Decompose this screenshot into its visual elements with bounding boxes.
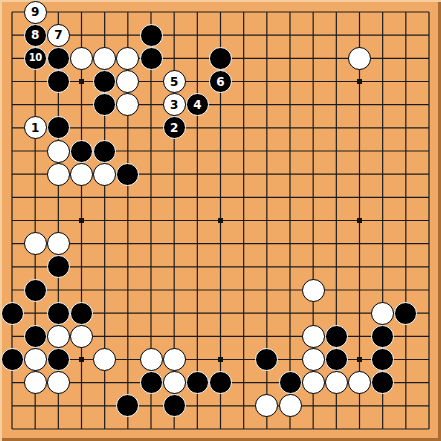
- stone-white: [47, 140, 70, 163]
- move-5-stone-white: 5: [163, 70, 186, 93]
- stone-white: [302, 279, 325, 302]
- stone-black: [140, 47, 163, 70]
- stone-black: [1, 302, 24, 325]
- stone-black: [279, 371, 302, 394]
- stone-black: [371, 325, 394, 348]
- stone-black: [116, 163, 139, 186]
- stone-white: [279, 394, 302, 417]
- stone-black: [24, 325, 47, 348]
- stone-black: [93, 140, 116, 163]
- star-point: [218, 218, 223, 223]
- move-9-stone-white: 9: [24, 1, 47, 24]
- move-4-stone-black: 4: [186, 93, 209, 116]
- stone-black: [186, 371, 209, 394]
- stone-white: [163, 348, 186, 371]
- stone-white: [93, 47, 116, 70]
- stone-white: [116, 47, 139, 70]
- stone-white: [47, 371, 70, 394]
- stone-black: [24, 279, 47, 302]
- move-10-stone-black: 10: [24, 47, 47, 70]
- stone-white: [302, 348, 325, 371]
- go-board-diagram: 98710563412: [0, 0, 441, 441]
- star-point: [79, 357, 84, 362]
- stone-black: [209, 371, 232, 394]
- stone-white: [47, 232, 70, 255]
- stone-black: [47, 116, 70, 139]
- stone-white: [47, 163, 70, 186]
- stone-black: [325, 348, 348, 371]
- stone-black: [371, 348, 394, 371]
- stone-white: [348, 371, 371, 394]
- stone-white: [348, 47, 371, 70]
- stone-black: [1, 348, 24, 371]
- stone-white: [163, 371, 186, 394]
- star-point: [357, 357, 362, 362]
- stone-white: [371, 302, 394, 325]
- stone-white: [70, 163, 93, 186]
- star-point: [357, 218, 362, 223]
- stone-black: [47, 348, 70, 371]
- stone-black: [394, 302, 417, 325]
- move-3-stone-white: 3: [163, 93, 186, 116]
- stone-white: [24, 348, 47, 371]
- stone-white: [325, 371, 348, 394]
- stone-black: [70, 140, 93, 163]
- star-point: [79, 79, 84, 84]
- stone-black: [93, 70, 116, 93]
- stone-white: [140, 348, 163, 371]
- stone-black: [163, 394, 186, 417]
- stone-white: [24, 232, 47, 255]
- stone-black: [140, 371, 163, 394]
- stone-white: [302, 371, 325, 394]
- go-board: 98710563412: [0, 0, 441, 441]
- move-8-stone-black: 8: [24, 24, 47, 47]
- move-1-stone-white: 1: [24, 116, 47, 139]
- stone-black: [209, 47, 232, 70]
- stone-black: [140, 24, 163, 47]
- stone-black: [47, 47, 70, 70]
- stone-white: [93, 348, 116, 371]
- star-point: [218, 357, 223, 362]
- stone-black: [325, 325, 348, 348]
- move-2-stone-black: 2: [163, 116, 186, 139]
- stone-white: [47, 325, 70, 348]
- move-7-stone-white: 7: [47, 24, 70, 47]
- stone-black: [47, 70, 70, 93]
- stone-white: [24, 371, 47, 394]
- stone-white: [70, 325, 93, 348]
- move-6-stone-black: 6: [209, 70, 232, 93]
- stone-white: [93, 163, 116, 186]
- stone-black: [70, 302, 93, 325]
- stone-black: [47, 255, 70, 278]
- star-point: [357, 79, 362, 84]
- stone-white: [302, 325, 325, 348]
- star-point: [79, 218, 84, 223]
- stone-black: [47, 302, 70, 325]
- stone-white: [70, 47, 93, 70]
